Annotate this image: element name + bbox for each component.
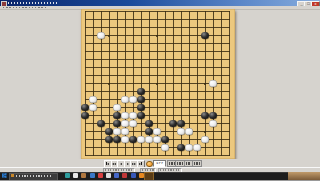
white-stone	[145, 136, 152, 143]
white-stone	[201, 136, 208, 143]
star-point	[204, 83, 206, 85]
tray-icon-2[interactable]	[73, 173, 78, 178]
white-stone	[121, 112, 128, 119]
black-stone	[137, 88, 144, 95]
black-stone	[161, 136, 168, 143]
menu-text	[3, 7, 47, 9]
black-stone	[201, 32, 208, 39]
black-stone	[145, 120, 152, 127]
tray-icon-8[interactable]	[122, 173, 127, 178]
white-stone	[97, 32, 104, 39]
tray-icon-3[interactable]	[81, 173, 86, 178]
white-stone	[177, 128, 184, 135]
desktop-corner-window[interactable]	[288, 172, 320, 181]
tray-icon-7[interactable]	[114, 173, 119, 178]
white-stone	[129, 96, 136, 103]
white-stone	[121, 96, 128, 103]
desktop: _ □ x 177	[0, 0, 320, 180]
black-stone	[169, 120, 176, 127]
star-point	[108, 83, 110, 85]
go-board[interactable]	[81, 9, 235, 159]
white-stone	[137, 136, 144, 143]
tray-icon-10[interactable]	[139, 173, 144, 178]
white-stone	[209, 80, 216, 87]
black-stone	[129, 136, 136, 143]
white-stone	[209, 120, 216, 127]
black-stone	[137, 96, 144, 103]
black-stone	[177, 120, 184, 127]
white-stone	[153, 128, 160, 135]
black-stone	[97, 120, 104, 127]
tray-icon-9[interactable]	[131, 173, 136, 178]
star-point	[108, 35, 110, 37]
white-stone	[185, 128, 192, 135]
taskbar-app-icon	[11, 174, 14, 177]
black-stone	[105, 128, 112, 135]
star-point	[156, 83, 158, 85]
white-stone	[89, 104, 96, 111]
black-stone	[177, 144, 184, 151]
white-stone	[153, 136, 160, 143]
black-stone	[137, 104, 144, 111]
white-stone	[129, 112, 136, 119]
black-stone	[81, 104, 88, 111]
active-tray-highlight	[144, 172, 153, 180]
tray-icon-6[interactable]	[106, 173, 111, 178]
black-stone	[113, 120, 120, 127]
white-stone	[193, 144, 200, 151]
white-stone	[161, 144, 168, 151]
window-title-text	[8, 2, 58, 5]
star-point	[204, 131, 206, 133]
black-stone	[209, 112, 216, 119]
black-stone	[81, 112, 88, 119]
black-stone	[145, 128, 152, 135]
white-stone	[89, 96, 96, 103]
black-stone	[201, 112, 208, 119]
taskbar-app-label	[16, 175, 52, 177]
white-stone	[129, 120, 136, 127]
star-point	[156, 35, 158, 37]
tray-icon-1[interactable]	[65, 173, 70, 178]
tray-icon-5[interactable]	[98, 173, 103, 178]
white-stone	[121, 120, 128, 127]
black-stone	[137, 112, 144, 119]
black-stone	[113, 136, 120, 143]
white-stone	[113, 104, 120, 111]
white-stone	[121, 136, 128, 143]
white-stone	[185, 144, 192, 151]
tray-icon-4[interactable]	[90, 173, 95, 178]
white-stone	[113, 128, 120, 135]
white-stone	[121, 128, 128, 135]
black-stone	[105, 136, 112, 143]
black-stone	[113, 112, 120, 119]
